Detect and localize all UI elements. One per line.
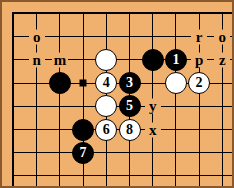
- white-stone: [95, 95, 117, 117]
- board-edge-top: [12, 12, 232, 14]
- black-stone: [142, 49, 164, 71]
- white-stone-move-6: 6: [95, 119, 117, 141]
- point-label-p: p: [191, 52, 207, 67]
- white-stone: [165, 72, 187, 94]
- white-stone: [95, 49, 117, 71]
- go-board-diagram: oronmpzyx12345678: [0, 0, 234, 188]
- black-stone-move-5: 5: [119, 95, 141, 117]
- point-label-x: x: [145, 122, 161, 137]
- point-label-r: r: [191, 29, 207, 44]
- point-label-n: n: [29, 52, 45, 67]
- white-stone-move-4: 4: [95, 72, 117, 94]
- board-edge-left: [12, 12, 14, 186]
- point-label-o: o: [29, 29, 45, 44]
- white-stone-move-2: 2: [188, 72, 210, 94]
- black-stone-move-7: 7: [72, 142, 94, 164]
- white-stone-move-8: 8: [119, 119, 141, 141]
- hoshi-point-marker: [80, 80, 87, 87]
- black-stone: [49, 72, 71, 94]
- point-label-z: z: [214, 52, 230, 67]
- black-stone: [72, 119, 94, 141]
- point-label-y: y: [145, 99, 161, 114]
- point-label-m: m: [52, 52, 68, 67]
- black-stone-move-3: 3: [119, 72, 141, 94]
- point-label-o: o: [214, 29, 230, 44]
- black-stone-move-1: 1: [165, 49, 187, 71]
